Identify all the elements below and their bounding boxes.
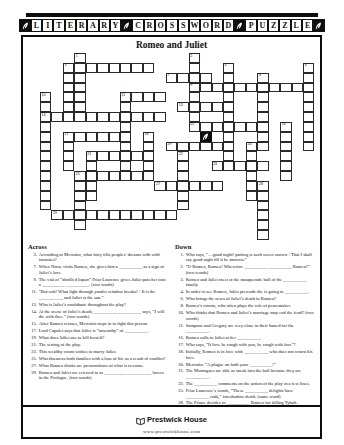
cell-number: 3 <box>64 63 66 67</box>
clue-down-11: 11.Sampson and Gregory are very close in… <box>175 323 315 334</box>
grid-cell[interactable] <box>257 142 268 152</box>
clue-text: At the scene of Juliet’s death, ________… <box>39 309 168 320</box>
clue-text: Friar Laurence’s words, “These _________… <box>186 388 315 399</box>
grid-cell[interactable]: 16 <box>280 122 291 132</box>
clue-text: Romeo and Juliet are referred to as ____… <box>39 370 168 381</box>
cell-number: 20 <box>247 142 251 146</box>
grid-cell[interactable] <box>120 151 131 161</box>
clue-down-4: 4.In order to see Romeo, Juliet pretends… <box>175 289 315 295</box>
clue-text: Initially, Romeo is in love with _______… <box>186 349 315 360</box>
grid-cell[interactable] <box>177 161 188 171</box>
grid-cell[interactable]: 23 <box>212 161 223 171</box>
clue-down-6: 6.Who brings the news of Juliet’s death … <box>175 296 315 302</box>
grid-cell[interactable] <box>303 122 314 132</box>
clue-text: This wealthy count wishes to marry Julie… <box>39 349 117 355</box>
grid-cell[interactable]: 13 <box>177 102 188 112</box>
grid-cell[interactable] <box>189 181 200 191</box>
clue-text: The vial of “distilled liquor” Friar Lau… <box>39 277 168 288</box>
grid-cell[interactable] <box>246 122 257 132</box>
grid-cell[interactable] <box>143 92 154 102</box>
footer: Prestwick House www.prestwickhouse.com <box>23 405 320 437</box>
grid-cell[interactable] <box>86 112 97 122</box>
grid-cell[interactable] <box>223 102 234 112</box>
grid-cell[interactable] <box>280 83 291 93</box>
grid-cell[interactable] <box>200 102 211 112</box>
banner-letter-tile: A <box>87 19 98 32</box>
grid-cell[interactable] <box>200 142 211 152</box>
grid-cell[interactable]: 14 <box>40 112 51 122</box>
clue-text: Sampson and Gregory are very close in th… <box>186 323 315 334</box>
grid-cell[interactable] <box>269 83 280 93</box>
grid-cell[interactable] <box>109 151 120 161</box>
cell-number: 27 <box>156 182 160 186</box>
clue-across-23: 23.This wealthy count wishes to marry Ju… <box>28 349 168 355</box>
grid-cell[interactable] <box>131 210 142 220</box>
cell-number: 18 <box>144 132 148 136</box>
clue-number: 15. <box>28 321 39 327</box>
grid-cell[interactable] <box>257 132 268 142</box>
grid-cell[interactable] <box>189 142 200 152</box>
grid-cell[interactable] <box>74 220 85 230</box>
grid-cell[interactable] <box>74 201 85 211</box>
clue-number: 18. <box>175 349 186 360</box>
banner-letter-tile: L <box>31 19 42 32</box>
grid-cell[interactable] <box>292 83 303 93</box>
clue-text: The Montagues are able to sneak into the… <box>186 368 315 379</box>
across-clue-list: 3.According to Mercutio, what fairy fill… <box>28 252 168 382</box>
banner-letter-tile: O <box>200 19 211 32</box>
grid-cell[interactable]: 10 <box>40 92 51 102</box>
grid-cell[interactable] <box>109 112 120 122</box>
grid-cell[interactable] <box>97 132 108 142</box>
banner-letter-tile: Y <box>110 19 121 32</box>
clue-number: 3. <box>175 277 186 288</box>
grid-cell[interactable]: 2 <box>189 53 200 63</box>
grid-cell[interactable] <box>120 112 131 122</box>
clue-text: Romeo and Juliet meet at the masquerade … <box>186 277 315 288</box>
down-heading: Down <box>175 243 315 250</box>
grid-cell[interactable] <box>40 142 51 152</box>
prestwick-quill-icon <box>200 132 211 142</box>
banner-letter-tile: W <box>189 19 200 32</box>
clue-text: Who threatens both families with a loss … <box>39 356 166 362</box>
grid-cell[interactable] <box>212 142 223 152</box>
grid-cell[interactable] <box>303 73 314 83</box>
grid-cell[interactable] <box>63 102 74 112</box>
cell-number: 25 <box>76 172 80 176</box>
clue-text: The __________ comments on the action of… <box>186 381 310 387</box>
clue-text: Romeo calls to Juliet at her __________. <box>186 335 261 341</box>
grid-cell[interactable] <box>131 151 142 161</box>
grid-cell[interactable] <box>63 142 74 152</box>
clue-down-16: 16.Romeo calls to Juliet at her ________… <box>175 335 315 341</box>
grid-cell[interactable] <box>223 73 234 83</box>
clue-across-9: 9.The vial of “distilled liquor” Friar L… <box>28 277 168 288</box>
grid-cell[interactable] <box>280 142 291 152</box>
grid-cell[interactable] <box>280 132 291 142</box>
grid-cell[interactable] <box>120 142 131 152</box>
grid-cell[interactable] <box>200 73 211 83</box>
grid-cell[interactable] <box>177 73 188 83</box>
cell-number: 11 <box>122 93 126 97</box>
banner-letter-tile: L <box>291 19 302 32</box>
grid-cell[interactable] <box>63 151 74 161</box>
grid-cell[interactable] <box>74 210 85 220</box>
grid-cell[interactable] <box>120 161 131 171</box>
grid-cell[interactable] <box>212 181 223 191</box>
grid-cell[interactable] <box>109 171 120 181</box>
cell-number: 21 <box>87 152 91 156</box>
clue-text: Who brings the news of Juliet’s death to… <box>186 296 276 302</box>
grid-cell[interactable]: 11 <box>120 92 131 102</box>
grid-cell[interactable] <box>120 210 131 220</box>
clue-text: Who says, “If love be rough with you, be… <box>186 342 296 348</box>
clue-number: 21. <box>28 342 39 348</box>
grid-cell[interactable] <box>109 132 120 142</box>
grid-cell[interactable] <box>109 210 120 220</box>
grid-cell[interactable] <box>74 83 85 93</box>
cell-number: 9 <box>190 83 192 87</box>
grid-cell[interactable]: 19 <box>166 142 177 152</box>
grid-cell[interactable] <box>257 201 268 211</box>
grid-cell[interactable] <box>74 102 85 112</box>
grid-cell[interactable]: 29 <box>51 210 62 220</box>
grid-cell[interactable] <box>120 171 131 181</box>
grid-cell[interactable] <box>86 161 97 171</box>
puzzle-title: Romeo and Juliet <box>23 40 320 50</box>
clue-text: The setting of the play. <box>39 342 81 348</box>
clue-down-3: 3.Romeo and Juliet meet at the masquerad… <box>175 277 315 288</box>
clue-down-1: 1.Who says, “…good night! parting is suc… <box>175 252 315 263</box>
grid-cell[interactable] <box>280 171 291 181</box>
clue-across-7: 7.When Nurse visits Romeo, she gives him… <box>28 264 168 275</box>
grid-cell[interactable] <box>257 112 268 122</box>
clue-text: Romeo’s cousin, who often plays the role… <box>186 303 291 309</box>
cell-number: 10 <box>42 93 46 97</box>
grid-cell[interactable] <box>257 122 268 132</box>
grid-cell[interactable] <box>223 161 234 171</box>
grid-cell[interactable] <box>40 151 51 161</box>
clue-number: 4. <box>175 289 186 295</box>
grid-cell[interactable] <box>74 73 85 83</box>
grid-cell[interactable] <box>63 73 74 83</box>
grid-cell[interactable] <box>189 112 200 122</box>
grid-cell[interactable] <box>154 92 165 102</box>
down-clue-list: 1.Who says, “…good night! parting is suc… <box>175 252 315 406</box>
banner-letter-tile: Z <box>279 19 290 32</box>
grid-cell[interactable] <box>120 122 131 132</box>
grid-cell[interactable] <box>166 210 177 220</box>
grid-cell[interactable] <box>177 181 188 191</box>
cell-number: 29 <box>53 211 57 215</box>
cell-number: 1 <box>76 54 78 58</box>
clue-across-17: 17.Lord Capulet says that Juliet is “unw… <box>28 328 168 334</box>
grid-cell[interactable] <box>257 191 268 201</box>
grid-cell[interactable] <box>74 181 85 191</box>
grid-cell[interactable] <box>212 83 223 93</box>
grid-cell[interactable] <box>223 122 234 132</box>
grid-cell[interactable] <box>63 161 74 171</box>
banner-letter-tile: R <box>212 19 223 32</box>
grid-cell[interactable] <box>223 83 234 93</box>
cell-number: 14 <box>42 113 46 117</box>
grid-cell[interactable] <box>166 181 177 191</box>
grid-cell[interactable] <box>86 191 97 201</box>
grid-cell[interactable] <box>303 112 314 122</box>
grid-cell[interactable] <box>257 210 268 220</box>
grid-cell[interactable] <box>223 112 234 122</box>
clue-down-18: 18.Initially, Romeo is in love with ____… <box>175 349 315 360</box>
banner-letter-tile: E <box>65 19 76 32</box>
clue-text: What Romeo thinks are premonitions of wh… <box>39 363 144 369</box>
clue-text: What does Juliet use to kill herself? <box>39 335 105 341</box>
grid-cell[interactable] <box>86 63 97 73</box>
grid-cell[interactable] <box>189 102 200 112</box>
grid-cell[interactable] <box>189 92 200 102</box>
clue-number: 21. <box>175 368 186 379</box>
grid-cell[interactable]: 21 <box>86 151 97 161</box>
grid-cell[interactable] <box>189 73 200 83</box>
grid-cell[interactable] <box>234 122 245 132</box>
grid-cell[interactable]: 4 <box>223 63 234 73</box>
crossword-grid: 1293467810141113151617181920212223252728… <box>29 53 315 240</box>
puzzle-frame: Romeo and Juliet 12934678101411131516171… <box>21 35 322 439</box>
grid-cell[interactable]: 28 <box>257 181 268 191</box>
grid-cell[interactable] <box>177 142 188 152</box>
grid-cell[interactable] <box>303 83 314 93</box>
clue-across-14: 14.At the scene of Juliet’s death, _____… <box>28 309 168 320</box>
grid-cell[interactable] <box>74 112 85 122</box>
clue-number: 3. <box>28 252 39 263</box>
clue-across-27: 27.What Romeo thinks are premonitions of… <box>28 363 168 369</box>
grid-cell[interactable] <box>109 63 120 73</box>
cell-number: 28 <box>259 182 263 186</box>
grid-cell[interactable] <box>246 83 257 93</box>
grid-cell[interactable]: 15 <box>189 122 200 132</box>
clue-number: 7. <box>28 264 39 275</box>
grid-cell[interactable] <box>131 63 142 73</box>
grid-cell[interactable]: 6 <box>303 63 314 73</box>
banner-letter-tile: R <box>76 19 87 32</box>
clue-down-20: 20.Mercutio: “A plague on both your ____… <box>175 362 315 368</box>
grid-cell[interactable] <box>40 122 51 132</box>
cell-number: 17 <box>64 132 68 136</box>
grid-cell[interactable] <box>97 210 108 220</box>
grid-cell[interactable] <box>257 92 268 102</box>
clue-text: After Romeo refuses, Mercutio steps in t… <box>39 321 148 327</box>
grid-cell[interactable] <box>280 151 291 161</box>
grid-cell[interactable] <box>303 142 314 152</box>
clue-across-13: 13.Who is Juliet’s confidante throughout… <box>28 302 168 308</box>
cell-number: 16 <box>282 122 286 126</box>
prestwick-quill-icon <box>19 19 30 32</box>
grid-cell[interactable] <box>40 181 51 191</box>
grid-cell[interactable] <box>143 161 154 171</box>
grid-cell[interactable] <box>86 171 97 181</box>
clue-down-17: 17.Who says, “If love be rough with you,… <box>175 342 315 348</box>
clue-number: 11. <box>28 289 39 300</box>
grid-cell[interactable] <box>223 142 234 152</box>
grid-cell[interactable] <box>246 181 257 191</box>
grid-cell[interactable] <box>154 112 165 122</box>
grid-cell[interactable] <box>246 191 257 201</box>
grid-cell[interactable] <box>63 210 74 220</box>
grid-cell[interactable] <box>86 181 97 191</box>
grid-cell[interactable] <box>257 83 268 93</box>
grid-cell[interactable] <box>131 112 142 122</box>
grid-cell[interactable] <box>74 191 85 201</box>
grid-cell[interactable] <box>223 92 234 102</box>
grid-cell[interactable] <box>143 112 154 122</box>
grid-cell[interactable] <box>40 201 51 211</box>
clue-number: 25. <box>175 388 186 399</box>
grid-cell[interactable] <box>97 151 108 161</box>
clue-number: 25. <box>28 356 39 362</box>
clue-down-25: 25.Friar Laurence’s words, “These ______… <box>175 388 315 399</box>
banner-letter-tile: S <box>178 19 189 32</box>
grid-cell[interactable] <box>143 63 154 73</box>
prestwick-quill-icon <box>234 19 245 32</box>
grid-cell[interactable] <box>223 151 234 161</box>
grid-cell[interactable] <box>234 83 245 93</box>
grid-cell[interactable] <box>131 92 142 102</box>
grid-cell[interactable] <box>63 92 74 102</box>
grid-cell[interactable] <box>303 102 314 112</box>
grid-cell[interactable] <box>97 112 108 122</box>
clue-number: 19. <box>28 335 39 341</box>
clue-number: 17. <box>175 342 186 348</box>
cell-number: 19 <box>167 142 171 146</box>
cell-number: 22 <box>179 152 183 156</box>
grid-cell[interactable] <box>40 161 51 171</box>
grid-cell[interactable]: 9 <box>189 83 200 93</box>
grid-cell[interactable] <box>200 83 211 93</box>
grid-cell[interactable]: 22 <box>177 151 188 161</box>
grid-cell[interactable] <box>143 142 154 152</box>
grid-cell[interactable] <box>120 63 131 73</box>
grid-cell[interactable] <box>212 122 223 132</box>
clue-number: 9. <box>28 277 39 288</box>
clue-across-15: 15.After Romeo refuses, Mercutio steps i… <box>28 321 168 327</box>
grid-cell[interactable] <box>131 171 142 181</box>
grid-cell[interactable] <box>257 230 268 240</box>
clue-across-19: 19.What does Juliet use to kill herself? <box>28 335 168 341</box>
clue-down-22: 22.The __________ comments on the action… <box>175 381 315 387</box>
grid-cell[interactable] <box>86 210 97 220</box>
grid-cell[interactable] <box>177 191 188 201</box>
grid-cell[interactable] <box>177 201 188 211</box>
grid-cell[interactable] <box>40 171 51 181</box>
clue-number: 16. <box>175 335 186 341</box>
banner-letter-tile: U <box>257 19 268 32</box>
grid-cell[interactable] <box>86 132 97 142</box>
grid-cell[interactable] <box>246 151 257 161</box>
prestwick-quill-icon <box>121 19 132 32</box>
grid-cell[interactable] <box>97 171 108 181</box>
grid-cell[interactable] <box>280 161 291 171</box>
grid-cell[interactable]: 3 <box>63 63 74 73</box>
grid-cell[interactable] <box>40 191 51 201</box>
grid-cell[interactable] <box>303 92 314 102</box>
grid-cell[interactable]: 17 <box>63 132 74 142</box>
grid-cell[interactable] <box>40 132 51 142</box>
grid-cell[interactable]: 20 <box>246 142 257 152</box>
header-top-bar <box>26 13 318 17</box>
grid-cell[interactable] <box>143 210 154 220</box>
grid-cell[interactable] <box>74 132 85 142</box>
cell-number: 6 <box>305 63 307 67</box>
grid-cell[interactable] <box>63 83 74 93</box>
cell-number: 15 <box>190 122 194 126</box>
cell-number: 7 <box>167 73 169 77</box>
grid-cell[interactable] <box>212 102 223 112</box>
clue-text: “O Romeo, Romeo! Wherefore __________ __… <box>186 264 315 275</box>
grid-cell[interactable] <box>257 102 268 112</box>
clue-number: 11. <box>175 323 186 334</box>
grid-cell[interactable]: 1 <box>74 53 85 63</box>
grid-cell[interactable] <box>74 63 85 73</box>
grid-cell[interactable] <box>246 161 257 171</box>
clue-text: “But soft! What light through yonder win… <box>39 289 168 300</box>
grid-cell[interactable]: 25 <box>74 171 85 181</box>
banner-letter-tile: C <box>132 19 143 32</box>
grid-cell[interactable] <box>257 220 268 230</box>
grid-cell[interactable]: 27 <box>154 181 165 191</box>
grid-cell[interactable]: 8 <box>257 73 268 83</box>
clue-text: Who says, “…good night! parting is such … <box>186 252 315 263</box>
grid-cell[interactable] <box>154 210 165 220</box>
brand-url: www.prestwickhouse.com <box>143 429 200 434</box>
grid-cell[interactable] <box>120 132 131 142</box>
grid-cell[interactable] <box>143 151 154 161</box>
grid-cell[interactable] <box>120 102 131 112</box>
grid-cell[interactable] <box>246 171 257 181</box>
clue-text: Mercutio: “A plague on both your _______… <box>186 362 276 368</box>
grid-cell[interactable]: 7 <box>166 73 177 83</box>
grid-cell[interactable] <box>63 112 74 122</box>
grid-cell[interactable] <box>143 171 154 181</box>
clue-number: 23. <box>28 349 39 355</box>
grid-cell[interactable] <box>177 171 188 181</box>
clue-down-2: 2.“O Romeo, Romeo! Wherefore __________ … <box>175 264 315 275</box>
grid-cell[interactable] <box>97 63 108 73</box>
clue-number: 22. <box>175 381 186 387</box>
down-clue-column: Down 1.Who says, “…good night! parting i… <box>175 243 315 405</box>
grid-cell[interactable] <box>200 181 211 191</box>
clue-number: 27. <box>28 363 39 369</box>
grid-cell[interactable] <box>200 122 211 132</box>
banner-letter-tile: D <box>223 19 234 32</box>
grid-cell[interactable] <box>51 112 62 122</box>
grid-cell[interactable] <box>74 92 85 102</box>
grid-cell[interactable] <box>257 161 268 171</box>
clue-text: Who thinks that Romeo and Juliet’s marri… <box>186 310 315 321</box>
banner-letter-tile: T <box>53 19 64 32</box>
clue-across-29: 29.Romeo and Juliet are referred to as _… <box>28 370 168 381</box>
banner-letter-tile: O <box>155 19 166 32</box>
across-clue-column: Across 3.According to Mercutio, what fai… <box>28 243 168 405</box>
banner-tile-row: LITERARYCROSSWORDPUZZLE <box>18 19 326 32</box>
cell-number: 2 <box>190 54 192 58</box>
cell-number: 4 <box>225 63 227 67</box>
grid-cell[interactable] <box>303 132 314 142</box>
grid-cell[interactable] <box>189 63 200 73</box>
grid-cell[interactable] <box>223 132 234 142</box>
grid-cell[interactable]: 18 <box>143 132 154 142</box>
grid-cell[interactable] <box>234 161 245 171</box>
clue-number: 1. <box>175 252 186 263</box>
grid-cell[interactable] <box>40 102 51 112</box>
